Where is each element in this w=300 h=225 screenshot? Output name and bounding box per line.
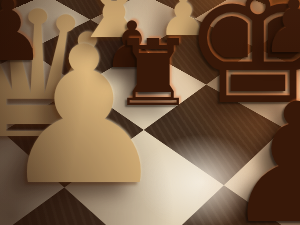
pieces-layer: ♛♟♝♟♟♟♜♚♟♟ bbox=[0, 0, 300, 225]
piece-dark-pawn-h6: ♟ bbox=[261, 0, 300, 63]
piece-dark-pawn-a4: ♟ bbox=[0, 0, 46, 73]
piece-dark-pawn-h3: ♟ bbox=[223, 82, 300, 225]
chess-photo-scene: ♛♟♝♟♟♟♜♚♟♟ bbox=[0, 0, 300, 225]
